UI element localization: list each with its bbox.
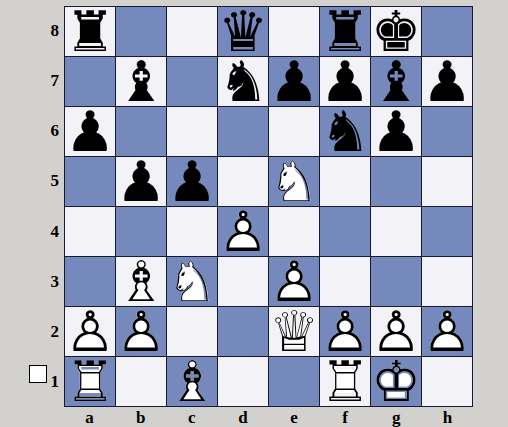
square-b5[interactable]: ♟ (116, 157, 166, 206)
file-label-h: h (422, 408, 473, 427)
chess-diagram: 87654321 ♜♛♜♚♝♞♟♟♝♟♟♞♟♟♟♞♘♟♙♝♗♞♘♟♙♟♙♟♙♛♕… (0, 0, 508, 427)
black-knight-glyph: ♞ (218, 57, 268, 106)
piece-white-knight[interactable]: ♞♘ (167, 257, 217, 306)
square-h6[interactable] (422, 107, 472, 156)
file-labels: abcdefgh (64, 408, 473, 427)
square-a4[interactable] (65, 207, 115, 256)
white-pawn-outline: ♙ (218, 207, 268, 256)
rank-label-5: 5 (0, 156, 59, 206)
square-d6[interactable] (218, 107, 268, 156)
piece-black-pawn[interactable]: ♟ (65, 107, 115, 156)
square-c7[interactable] (167, 57, 217, 106)
file-label-b: b (115, 408, 166, 427)
rank-labels: 87654321 (0, 6, 59, 407)
black-pawn-glyph: ♟ (65, 107, 115, 156)
piece-black-knight[interactable]: ♞ (218, 57, 268, 106)
square-d7[interactable]: ♞ (218, 57, 268, 106)
rank-label-7: 7 (0, 56, 59, 106)
black-pawn-glyph: ♟ (422, 57, 472, 106)
square-a8[interactable]: ♜ (65, 7, 115, 56)
white-bishop-outline: ♗ (167, 357, 217, 406)
square-g5[interactable] (371, 157, 421, 206)
piece-white-bishop[interactable]: ♝♗ (167, 357, 217, 406)
white-rook-outline: ♖ (320, 357, 370, 406)
piece-black-pawn[interactable]: ♟ (116, 157, 166, 206)
square-h5[interactable] (422, 157, 472, 206)
square-g4[interactable] (371, 207, 421, 256)
square-e7[interactable]: ♟ (269, 57, 319, 106)
chess-board[interactable]: ♜♛♜♚♝♞♟♟♝♟♟♞♟♟♟♞♘♟♙♝♗♞♘♟♙♟♙♟♙♛♕♟♙♟♙♟♙♜♖♝… (64, 6, 473, 407)
piece-white-knight[interactable]: ♞♘ (269, 157, 319, 206)
piece-black-pawn[interactable]: ♟ (422, 57, 472, 106)
square-a5[interactable] (65, 157, 115, 206)
piece-white-pawn[interactable]: ♟♙ (422, 307, 472, 356)
square-c5[interactable]: ♟ (167, 157, 217, 206)
piece-black-knight[interactable]: ♞ (320, 107, 370, 156)
square-b7[interactable]: ♝ (116, 57, 166, 106)
square-h1[interactable] (422, 357, 472, 406)
square-e2[interactable]: ♛♕ (269, 307, 319, 356)
square-h2[interactable]: ♟♙ (422, 307, 472, 356)
square-a6[interactable]: ♟ (65, 107, 115, 156)
black-pawn-glyph: ♟ (269, 57, 319, 106)
square-b1[interactable] (116, 357, 166, 406)
black-rook-glyph: ♜ (65, 7, 115, 56)
square-d1[interactable] (218, 357, 268, 406)
rank-label-8: 8 (0, 6, 59, 56)
rank-label-6: 6 (0, 106, 59, 156)
piece-black-bishop[interactable]: ♝ (116, 57, 166, 106)
square-g6[interactable]: ♟ (371, 107, 421, 156)
white-knight-outline: ♘ (269, 157, 319, 206)
square-f6[interactable]: ♞ (320, 107, 370, 156)
square-c1[interactable]: ♝♗ (167, 357, 217, 406)
square-c8[interactable] (167, 7, 217, 56)
file-label-f: f (320, 408, 371, 427)
black-pawn-glyph: ♟ (116, 157, 166, 206)
rank-label-3: 3 (0, 257, 59, 307)
black-bishop-glyph: ♝ (116, 57, 166, 106)
white-knight-outline: ♘ (167, 257, 217, 306)
square-c3[interactable]: ♞♘ (167, 257, 217, 306)
rank-label-1: 1 (0, 357, 59, 407)
piece-white-pawn[interactable]: ♟♙ (218, 207, 268, 256)
piece-white-king[interactable]: ♚♔ (371, 357, 421, 406)
white-king-outline: ♔ (371, 357, 421, 406)
square-f4[interactable] (320, 207, 370, 256)
square-e1[interactable] (269, 357, 319, 406)
rank-label-4: 4 (0, 207, 59, 257)
square-e5[interactable]: ♞♘ (269, 157, 319, 206)
file-label-g: g (371, 408, 422, 427)
square-f5[interactable] (320, 157, 370, 206)
black-pawn-glyph: ♟ (371, 107, 421, 156)
piece-white-rook[interactable]: ♜♖ (65, 357, 115, 406)
square-f1[interactable]: ♜♖ (320, 357, 370, 406)
white-rook-outline: ♖ (65, 357, 115, 406)
square-a1[interactable]: ♜♖ (65, 357, 115, 406)
black-knight-glyph: ♞ (320, 107, 370, 156)
piece-white-queen[interactable]: ♛♕ (269, 307, 319, 356)
square-d2[interactable] (218, 307, 268, 356)
piece-white-rook[interactable]: ♜♖ (320, 357, 370, 406)
piece-black-pawn[interactable]: ♟ (167, 157, 217, 206)
rank-label-2: 2 (0, 307, 59, 357)
file-label-a: a (64, 408, 115, 427)
file-label-d: d (217, 408, 268, 427)
square-d4[interactable]: ♟♙ (218, 207, 268, 256)
square-d3[interactable] (218, 257, 268, 306)
piece-white-pawn[interactable]: ♟♙ (116, 307, 166, 356)
white-pawn-outline: ♙ (422, 307, 472, 356)
piece-black-pawn[interactable]: ♟ (269, 57, 319, 106)
white-pawn-outline: ♙ (116, 307, 166, 356)
piece-black-rook[interactable]: ♜ (65, 7, 115, 56)
file-label-c: c (166, 408, 217, 427)
file-label-e: e (269, 408, 320, 427)
square-h7[interactable]: ♟ (422, 57, 472, 106)
piece-black-pawn[interactable]: ♟ (371, 107, 421, 156)
square-h4[interactable] (422, 207, 472, 256)
square-b2[interactable]: ♟♙ (116, 307, 166, 356)
white-queen-outline: ♕ (269, 307, 319, 356)
square-g1[interactable]: ♚♔ (371, 357, 421, 406)
black-pawn-glyph: ♟ (167, 157, 217, 206)
